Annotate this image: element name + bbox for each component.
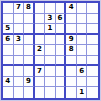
sudoku-cell-r9c2[interactable] [14,87,25,98]
sudoku-cell-r4c6[interactable] [56,35,67,46]
sudoku-cell-r2c4[interactable] [35,14,46,25]
sudoku-cell-r7c4[interactable]: 7 [35,66,46,77]
sudoku-cell-r7c9[interactable] [87,66,98,77]
sudoku-cell-r6c1[interactable] [3,56,14,67]
sudoku-cell-r8c8[interactable] [77,77,88,88]
sudoku-cell-r8c1[interactable]: 4 [3,77,14,88]
sudoku-cell-r6c3[interactable] [24,56,35,67]
sudoku-cell-r3c8[interactable] [77,24,88,35]
sudoku-cell-r4c5[interactable] [45,35,56,46]
sudoku-cell-r4c3[interactable] [24,35,35,46]
sudoku-cell-r1c8[interactable] [77,3,88,14]
sudoku-cell-r2c8[interactable] [77,14,88,25]
sudoku-frame: 78436516392876491 [0,0,101,101]
sudoku-cell-r3c2[interactable] [14,24,25,35]
sudoku-cell-r9c3[interactable] [24,87,35,98]
sudoku-cell-r5c5[interactable] [45,45,56,56]
sudoku-cell-r5c3[interactable] [24,45,35,56]
sudoku-cell-r1c3[interactable]: 8 [24,3,35,14]
sudoku-cell-r5c4[interactable]: 2 [35,45,46,56]
sudoku-cell-r9c6[interactable] [56,87,67,98]
sudoku-cell-r3c5[interactable]: 1 [45,24,56,35]
sudoku-cell-r8c7[interactable] [66,77,77,88]
sudoku-cell-r8c2[interactable] [14,77,25,88]
sudoku-cell-r9c9[interactable] [87,87,98,98]
sudoku-cell-r3c4[interactable] [35,24,46,35]
sudoku-cell-r9c1[interactable] [3,87,14,98]
sudoku-cell-r3c9[interactable] [87,24,98,35]
sudoku-cell-r8c5[interactable] [45,77,56,88]
sudoku-cell-r2c2[interactable] [14,14,25,25]
sudoku-cell-r2c6[interactable]: 6 [56,14,67,25]
sudoku-cell-r5c7[interactable]: 8 [66,45,77,56]
sudoku-cell-r8c9[interactable] [87,77,98,88]
sudoku-cell-r1c6[interactable] [56,3,67,14]
sudoku-cell-r4c2[interactable]: 3 [14,35,25,46]
sudoku-cell-r6c6[interactable] [56,56,67,67]
sudoku-cell-r7c1[interactable] [3,66,14,77]
sudoku-cell-r1c7[interactable]: 4 [66,3,77,14]
sudoku-cell-r5c6[interactable] [56,45,67,56]
sudoku-cell-r6c4[interactable] [35,56,46,67]
sudoku-cell-r9c4[interactable] [35,87,46,98]
sudoku-cell-r4c8[interactable] [77,35,88,46]
sudoku-cell-r9c7[interactable] [66,87,77,98]
sudoku-board: 78436516392876491 [1,1,100,100]
sudoku-cell-r3c6[interactable] [56,24,67,35]
sudoku-cell-r1c5[interactable] [45,3,56,14]
sudoku-cell-r7c6[interactable] [56,66,67,77]
sudoku-cell-r6c2[interactable] [14,56,25,67]
sudoku-cell-r1c1[interactable] [3,3,14,14]
sudoku-cell-r2c3[interactable] [24,14,35,25]
sudoku-cell-r3c7[interactable] [66,24,77,35]
sudoku-cell-r7c2[interactable] [14,66,25,77]
sudoku-cell-r7c8[interactable]: 6 [77,66,88,77]
sudoku-cell-r5c9[interactable] [87,45,98,56]
sudoku-cell-r3c1[interactable]: 5 [3,24,14,35]
sudoku-cell-r4c9[interactable] [87,35,98,46]
sudoku-cell-r9c5[interactable] [45,87,56,98]
sudoku-cell-r5c1[interactable] [3,45,14,56]
sudoku-cell-r6c9[interactable] [87,56,98,67]
sudoku-cell-r8c3[interactable]: 9 [24,77,35,88]
sudoku-cell-r2c7[interactable] [66,14,77,25]
sudoku-cell-r5c2[interactable] [14,45,25,56]
sudoku-cell-r4c4[interactable] [35,35,46,46]
sudoku-cell-r2c5[interactable]: 3 [45,14,56,25]
sudoku-cell-r7c7[interactable] [66,66,77,77]
sudoku-cell-r2c9[interactable] [87,14,98,25]
sudoku-cell-r5c8[interactable] [77,45,88,56]
sudoku-cell-r8c4[interactable] [35,77,46,88]
sudoku-cell-r1c4[interactable] [35,3,46,14]
sudoku-cell-r7c3[interactable] [24,66,35,77]
sudoku-cell-r7c5[interactable] [45,66,56,77]
sudoku-cell-r3c3[interactable] [24,24,35,35]
sudoku-cell-r6c5[interactable] [45,56,56,67]
sudoku-cell-r6c7[interactable] [66,56,77,67]
sudoku-cell-r1c9[interactable] [87,3,98,14]
sudoku-cell-r4c7[interactable]: 9 [66,35,77,46]
sudoku-cell-r6c8[interactable] [77,56,88,67]
sudoku-cell-r1c2[interactable]: 7 [14,3,25,14]
sudoku-cell-r8c6[interactable] [56,77,67,88]
sudoku-cell-r4c1[interactable]: 6 [3,35,14,46]
sudoku-cell-r9c8[interactable]: 1 [77,87,88,98]
sudoku-cell-r2c1[interactable] [3,14,14,25]
